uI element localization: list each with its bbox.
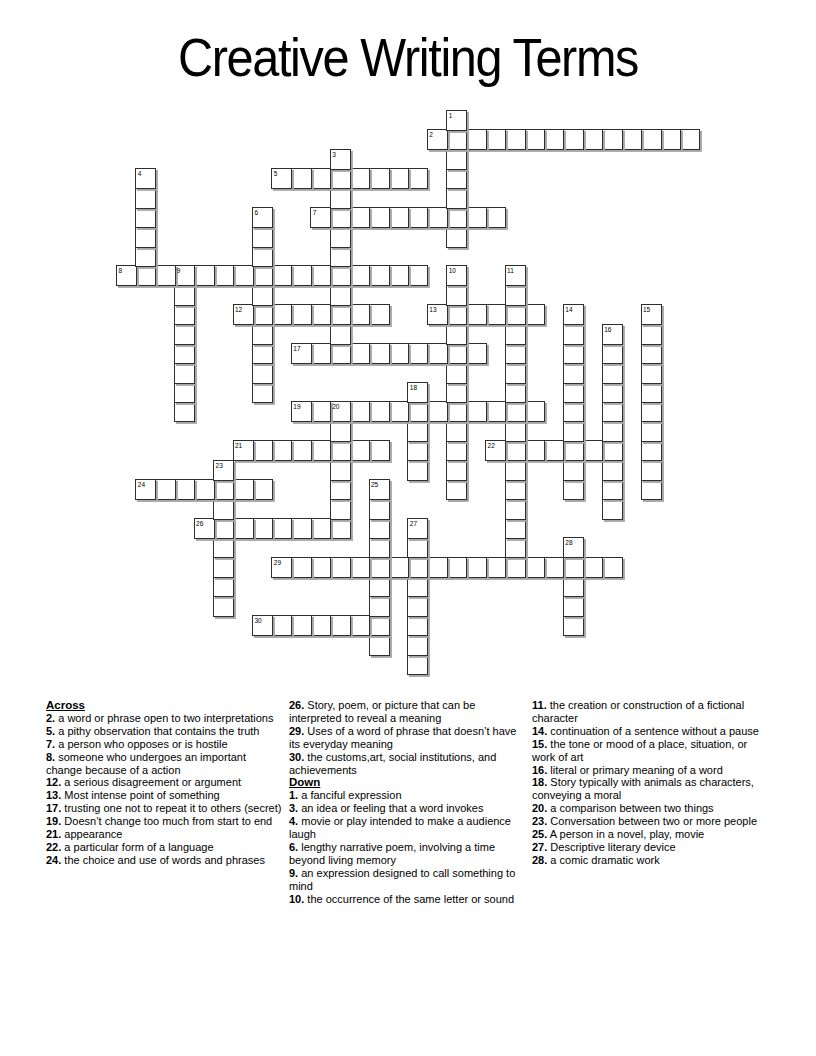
grid-cell[interactable] bbox=[194, 518, 215, 539]
grid-cell[interactable] bbox=[485, 557, 506, 578]
grid-cell[interactable] bbox=[446, 343, 467, 364]
grid-cell[interactable] bbox=[602, 499, 623, 520]
clue-item: 10. the occurrence of the same letter or… bbox=[289, 893, 525, 906]
clue-item: 21. appearance bbox=[46, 828, 282, 841]
grid-cell[interactable] bbox=[213, 460, 234, 481]
clue-item: 24. the choice and use of words and phra… bbox=[46, 854, 282, 867]
grid-cell[interactable] bbox=[330, 518, 351, 539]
grid-cell[interactable] bbox=[369, 265, 390, 286]
clue-item-number: 9. bbox=[289, 867, 298, 879]
grid-cell[interactable] bbox=[563, 557, 584, 578]
grid-cell[interactable] bbox=[427, 401, 448, 422]
grid-cell[interactable] bbox=[388, 207, 409, 228]
grid-cell[interactable] bbox=[466, 207, 487, 228]
clue-item-number: 12. bbox=[46, 776, 61, 788]
clue-item-number: 3. bbox=[289, 802, 298, 814]
grid-cell[interactable] bbox=[543, 440, 564, 461]
grid-cell[interactable] bbox=[446, 479, 467, 500]
clue-list-header: Down bbox=[289, 776, 525, 789]
grid-cell[interactable] bbox=[330, 285, 351, 306]
grid-cell[interactable] bbox=[446, 207, 467, 228]
grid-cell[interactable] bbox=[330, 479, 351, 500]
grid-cell[interactable] bbox=[252, 518, 273, 539]
clue-item: 23. Conversation between two or more peo… bbox=[532, 815, 768, 828]
grid-cell[interactable] bbox=[524, 440, 545, 461]
grid-cell[interactable] bbox=[369, 304, 390, 325]
grid-cell[interactable] bbox=[330, 304, 351, 325]
grid-cell[interactable] bbox=[563, 401, 584, 422]
grid-cell[interactable] bbox=[427, 343, 448, 364]
grid-cell[interactable] bbox=[446, 401, 467, 422]
grid-cell[interactable] bbox=[291, 343, 312, 364]
clue-item: 6. lengthy narrative poem, involving a t… bbox=[289, 841, 525, 867]
clue-item-number: 16. bbox=[532, 764, 547, 776]
clue-item-number: 14. bbox=[532, 725, 547, 737]
grid-cell[interactable] bbox=[135, 479, 156, 500]
grid-cell[interactable] bbox=[310, 518, 331, 539]
grid-cell[interactable] bbox=[505, 460, 526, 481]
grid-cell[interactable] bbox=[135, 207, 156, 228]
grid-cell[interactable] bbox=[388, 401, 409, 422]
grid-cell[interactable] bbox=[194, 479, 215, 500]
grid-cell[interactable] bbox=[407, 557, 428, 578]
grid-cell[interactable] bbox=[602, 440, 623, 461]
grid-cell[interactable] bbox=[446, 421, 467, 442]
clue-item-number: 10. bbox=[289, 893, 304, 905]
grid-cell[interactable] bbox=[602, 479, 623, 500]
grid-cell[interactable] bbox=[330, 149, 351, 170]
grid-cell[interactable] bbox=[446, 110, 467, 131]
grid-cell[interactable] bbox=[446, 149, 467, 170]
clue-item: 7. a person who opposes or is hostile bbox=[46, 738, 282, 751]
clue-item: 1. a fanciful expression bbox=[289, 789, 525, 802]
grid-cell[interactable] bbox=[252, 285, 273, 306]
grid-cell[interactable] bbox=[641, 401, 662, 422]
grid-cell[interactable] bbox=[213, 265, 234, 286]
grid-cell[interactable] bbox=[291, 615, 312, 636]
grid-cell[interactable] bbox=[213, 576, 234, 597]
clue-item-number: 25. bbox=[532, 828, 547, 840]
grid-cell[interactable] bbox=[641, 440, 662, 461]
grid-cell[interactable] bbox=[446, 324, 467, 345]
grid-cell[interactable] bbox=[135, 265, 156, 286]
grid-cell[interactable] bbox=[563, 576, 584, 597]
grid-cell[interactable] bbox=[563, 421, 584, 442]
grid-cell[interactable] bbox=[602, 421, 623, 442]
grid-cell[interactable] bbox=[174, 363, 195, 384]
grid-cell[interactable] bbox=[407, 596, 428, 617]
grid-cell[interactable] bbox=[505, 324, 526, 345]
grid-cell[interactable] bbox=[330, 499, 351, 520]
grid-cell[interactable] bbox=[505, 401, 526, 422]
grid-cell[interactable] bbox=[252, 265, 273, 286]
clue-item-number: 15. bbox=[532, 738, 547, 750]
grid-cell[interactable] bbox=[310, 207, 331, 228]
grid-cell[interactable] bbox=[407, 421, 428, 442]
grid-cell[interactable] bbox=[505, 421, 526, 442]
grid-cell[interactable] bbox=[135, 168, 156, 189]
grid-cell[interactable] bbox=[641, 382, 662, 403]
grid-cell[interactable] bbox=[602, 363, 623, 384]
grid-cell[interactable] bbox=[407, 440, 428, 461]
clue-item-number: 11. bbox=[532, 699, 547, 711]
clue-item-number: 28. bbox=[532, 854, 547, 866]
grid-cell[interactable] bbox=[427, 129, 448, 150]
clue-item-number: 4. bbox=[289, 815, 298, 827]
grid-cell[interactable] bbox=[330, 460, 351, 481]
clue-item-number: 27. bbox=[532, 841, 547, 853]
grid-cell[interactable] bbox=[252, 479, 273, 500]
clue-item-number: 17. bbox=[46, 802, 61, 814]
grid-cell[interactable] bbox=[271, 557, 292, 578]
clue-item: 17. trusting one not to repeat it to oth… bbox=[46, 802, 282, 815]
grid-cell[interactable] bbox=[388, 343, 409, 364]
grid-cell[interactable] bbox=[388, 265, 409, 286]
grid-cell[interactable] bbox=[291, 265, 312, 286]
grid-cell[interactable] bbox=[466, 343, 487, 364]
grid-cell[interactable] bbox=[485, 129, 506, 150]
grid-cell[interactable] bbox=[349, 168, 370, 189]
grid-cell[interactable] bbox=[505, 285, 526, 306]
grid-cell[interactable] bbox=[135, 227, 156, 248]
grid-cell[interactable] bbox=[291, 304, 312, 325]
grid-cell[interactable] bbox=[563, 460, 584, 481]
grid-cell[interactable] bbox=[369, 635, 390, 656]
grid-cell[interactable] bbox=[427, 207, 448, 228]
grid-cell[interactable] bbox=[407, 518, 428, 539]
grid-cell[interactable] bbox=[466, 557, 487, 578]
grid-cell[interactable] bbox=[505, 304, 526, 325]
grid-cell[interactable] bbox=[155, 479, 176, 500]
grid-cell[interactable] bbox=[369, 343, 390, 364]
grid-cell[interactable] bbox=[271, 615, 292, 636]
grid-cell[interactable] bbox=[349, 343, 370, 364]
grid-cell[interactable] bbox=[602, 382, 623, 403]
clue-item: 22. a particular form of a language bbox=[46, 841, 282, 854]
grid-cell[interactable] bbox=[369, 615, 390, 636]
grid-cell[interactable] bbox=[310, 401, 331, 422]
grid-cell[interactable] bbox=[388, 168, 409, 189]
grid-cell[interactable] bbox=[543, 129, 564, 150]
clue-item-number: 6. bbox=[289, 841, 298, 853]
grid-cell[interactable] bbox=[330, 168, 351, 189]
grid-cell[interactable] bbox=[543, 557, 564, 578]
grid-cell[interactable] bbox=[271, 518, 292, 539]
grid-cell[interactable] bbox=[233, 304, 254, 325]
grid-cell[interactable] bbox=[621, 129, 642, 150]
grid-cell[interactable] bbox=[252, 343, 273, 364]
grid-cell[interactable] bbox=[213, 499, 234, 520]
grid-cell[interactable] bbox=[563, 479, 584, 500]
grid-cell[interactable] bbox=[271, 304, 292, 325]
grid-cell[interactable] bbox=[427, 304, 448, 325]
grid-cell[interactable] bbox=[446, 557, 467, 578]
grid-cell[interactable] bbox=[407, 635, 428, 656]
grid-cell[interactable] bbox=[310, 304, 331, 325]
grid-cell[interactable] bbox=[369, 596, 390, 617]
grid-cell[interactable] bbox=[291, 557, 312, 578]
grid-cell[interactable] bbox=[602, 129, 623, 150]
grid-cell[interactable] bbox=[213, 518, 234, 539]
grid-cell[interactable] bbox=[233, 265, 254, 286]
grid-cell[interactable] bbox=[116, 265, 137, 286]
grid-cell[interactable] bbox=[252, 324, 273, 345]
grid-cell[interactable] bbox=[252, 440, 273, 461]
grid-cell[interactable] bbox=[466, 304, 487, 325]
grid-cell[interactable] bbox=[155, 265, 176, 286]
clue-item: 14. continuation of a sentence without a… bbox=[532, 725, 768, 738]
grid-cell[interactable] bbox=[310, 265, 331, 286]
grid-cell[interactable] bbox=[505, 265, 526, 286]
grid-cell[interactable] bbox=[233, 518, 254, 539]
page-title: Creative Writing Terms bbox=[41, 26, 775, 88]
clue-item: 25. A person in a novel, play, movie bbox=[532, 828, 768, 841]
grid-cell[interactable] bbox=[330, 343, 351, 364]
grid-cell[interactable] bbox=[679, 129, 700, 150]
grid-cell[interactable] bbox=[252, 246, 273, 267]
clue-list-header: Across bbox=[46, 699, 282, 712]
grid-cell[interactable] bbox=[252, 304, 273, 325]
grid-cell[interactable] bbox=[252, 363, 273, 384]
grid-cell[interactable] bbox=[407, 207, 428, 228]
grid-cell[interactable] bbox=[602, 324, 623, 345]
clue-item: 29. Uses of a word of phrase that doesn’… bbox=[289, 725, 525, 751]
grid-cell[interactable] bbox=[213, 537, 234, 558]
grid-cell[interactable] bbox=[407, 343, 428, 364]
grid-cell[interactable] bbox=[330, 401, 351, 422]
grid-cell[interactable] bbox=[349, 401, 370, 422]
grid-cell[interactable] bbox=[174, 265, 195, 286]
grid-cell[interactable] bbox=[291, 518, 312, 539]
clue-item: 4. movie or play intended to make a audi… bbox=[289, 815, 525, 841]
grid-cell[interactable] bbox=[505, 537, 526, 558]
grid-cell[interactable] bbox=[446, 168, 467, 189]
grid-cell[interactable] bbox=[369, 207, 390, 228]
clue-item: 3. an idea or feeling that a word invoke… bbox=[289, 802, 525, 815]
grid-cell[interactable] bbox=[446, 188, 467, 209]
grid-cell[interactable] bbox=[252, 227, 273, 248]
grid-cell[interactable] bbox=[446, 285, 467, 306]
grid-cell[interactable] bbox=[485, 401, 506, 422]
grid-cell[interactable] bbox=[330, 557, 351, 578]
grid-cell[interactable] bbox=[407, 265, 428, 286]
grid-cell[interactable] bbox=[310, 440, 331, 461]
grid-cell[interactable] bbox=[563, 343, 584, 364]
grid-cell[interactable] bbox=[310, 615, 331, 636]
grid-cell[interactable] bbox=[524, 401, 545, 422]
clue-item-number: 24. bbox=[46, 854, 61, 866]
grid-cell[interactable] bbox=[194, 265, 215, 286]
grid-cell[interactable] bbox=[174, 343, 195, 364]
grid-cell[interactable] bbox=[641, 304, 662, 325]
grid-cell[interactable] bbox=[369, 499, 390, 520]
grid-cell[interactable] bbox=[369, 576, 390, 597]
grid-cell[interactable] bbox=[446, 382, 467, 403]
grid-cell[interactable] bbox=[563, 382, 584, 403]
clue-item-number: 2. bbox=[46, 712, 55, 724]
grid-cell[interactable] bbox=[466, 401, 487, 422]
grid-cell[interactable] bbox=[174, 382, 195, 403]
grid-cell[interactable] bbox=[135, 246, 156, 267]
grid-cell[interactable] bbox=[563, 440, 584, 461]
grid-cell[interactable] bbox=[505, 382, 526, 403]
grid-cell[interactable] bbox=[407, 537, 428, 558]
grid-cell[interactable] bbox=[563, 596, 584, 617]
clue-item: 13. Most intense point of something bbox=[46, 789, 282, 802]
grid-cell[interactable] bbox=[446, 460, 467, 481]
grid-cell[interactable] bbox=[252, 615, 273, 636]
grid-cell[interactable] bbox=[446, 265, 467, 286]
grid-cell[interactable] bbox=[446, 129, 467, 150]
grid-cell[interactable] bbox=[291, 168, 312, 189]
grid-cell[interactable] bbox=[641, 460, 662, 481]
grid-cell[interactable] bbox=[330, 207, 351, 228]
grid-cell[interactable] bbox=[524, 557, 545, 578]
grid-cell[interactable] bbox=[388, 557, 409, 578]
grid-cell[interactable] bbox=[602, 343, 623, 364]
grid-cell[interactable] bbox=[446, 363, 467, 384]
grid-cell[interactable] bbox=[641, 129, 662, 150]
grid-cell[interactable] bbox=[369, 401, 390, 422]
grid-cell[interactable] bbox=[310, 343, 331, 364]
grid-cell[interactable] bbox=[602, 557, 623, 578]
clue-item-number: 30. bbox=[289, 751, 304, 763]
grid-cell[interactable] bbox=[252, 207, 273, 228]
grid-cell[interactable] bbox=[407, 576, 428, 597]
grid-cell[interactable] bbox=[349, 557, 370, 578]
grid-cell[interactable] bbox=[369, 518, 390, 539]
grid-cell[interactable] bbox=[174, 401, 195, 422]
clue-item: 19. Doesn’t change too much from start t… bbox=[46, 815, 282, 828]
grid-cell[interactable] bbox=[407, 168, 428, 189]
clue-item: 8. someone who undergoes an important ch… bbox=[46, 751, 282, 777]
grid-cell[interactable] bbox=[407, 460, 428, 481]
grid-cell[interactable] bbox=[505, 499, 526, 520]
clue-item: 5. a pithy observation that contains the… bbox=[46, 725, 282, 738]
grid-cell[interactable] bbox=[330, 421, 351, 442]
clue-column-2: 26. Story, poem, or picture that can be … bbox=[289, 699, 525, 906]
grid-cell[interactable] bbox=[524, 304, 545, 325]
grid-cell[interactable] bbox=[485, 440, 506, 461]
grid-cell[interactable] bbox=[427, 557, 448, 578]
grid-cell[interactable] bbox=[582, 557, 603, 578]
grid-cell[interactable] bbox=[563, 537, 584, 558]
grid-cell[interactable] bbox=[349, 440, 370, 461]
crossword-page: { "game": "crossword", "title": "Creativ… bbox=[0, 0, 816, 1056]
grid-cell[interactable] bbox=[330, 615, 351, 636]
grid-cell[interactable] bbox=[563, 129, 584, 150]
grid-cell[interactable] bbox=[505, 343, 526, 364]
grid-cell[interactable] bbox=[505, 557, 526, 578]
grid-cell[interactable] bbox=[310, 557, 331, 578]
grid-cell[interactable] bbox=[369, 537, 390, 558]
grid-cell[interactable] bbox=[330, 440, 351, 461]
grid-cell[interactable] bbox=[349, 304, 370, 325]
grid-cell[interactable] bbox=[407, 654, 428, 675]
grid-cell[interactable] bbox=[641, 343, 662, 364]
grid-cell[interactable] bbox=[505, 518, 526, 539]
grid-cell[interactable] bbox=[271, 265, 292, 286]
grid-cell[interactable] bbox=[349, 265, 370, 286]
grid-cell[interactable] bbox=[330, 265, 351, 286]
grid-cell[interactable] bbox=[135, 188, 156, 209]
grid-cell[interactable] bbox=[310, 168, 331, 189]
grid-cell[interactable] bbox=[505, 440, 526, 461]
grid-cell[interactable] bbox=[660, 129, 681, 150]
grid-cell[interactable] bbox=[330, 246, 351, 267]
grid-cell[interactable] bbox=[174, 324, 195, 345]
grid-cell[interactable] bbox=[369, 440, 390, 461]
grid-cell[interactable] bbox=[369, 168, 390, 189]
grid-cell[interactable] bbox=[330, 188, 351, 209]
clue-column-3: 11. the creation or construction of a fi… bbox=[532, 699, 768, 867]
clue-item-number: 20. bbox=[532, 802, 547, 814]
grid-cell[interactable] bbox=[641, 421, 662, 442]
grid-cell[interactable] bbox=[369, 557, 390, 578]
grid-cell[interactable] bbox=[213, 596, 234, 617]
grid-cell[interactable] bbox=[330, 227, 351, 248]
grid-cell[interactable] bbox=[407, 382, 428, 403]
grid-cell[interactable] bbox=[291, 440, 312, 461]
grid-cell[interactable] bbox=[349, 615, 370, 636]
grid-cell[interactable] bbox=[641, 363, 662, 384]
grid-cell[interactable] bbox=[485, 304, 506, 325]
grid-cell[interactable] bbox=[271, 440, 292, 461]
grid-cell[interactable] bbox=[466, 129, 487, 150]
grid-cell[interactable] bbox=[213, 557, 234, 578]
grid-cell[interactable] bbox=[602, 460, 623, 481]
grid-cell[interactable] bbox=[291, 401, 312, 422]
clue-item: 11. the creation or construction of a fi… bbox=[532, 699, 768, 725]
grid-cell[interactable] bbox=[174, 285, 195, 306]
grid-cell[interactable] bbox=[641, 479, 662, 500]
grid-cell[interactable] bbox=[213, 479, 234, 500]
clue-item: 18. Story typically with animals as char… bbox=[532, 776, 768, 802]
grid-cell[interactable] bbox=[271, 168, 292, 189]
clue-item: 12. a serious disagreement or argument bbox=[46, 776, 282, 789]
grid-cell[interactable] bbox=[174, 304, 195, 325]
grid-cell[interactable] bbox=[252, 382, 273, 403]
grid-cell[interactable] bbox=[524, 129, 545, 150]
grid-cell[interactable] bbox=[446, 440, 467, 461]
grid-cell[interactable] bbox=[485, 207, 506, 228]
grid-cell[interactable] bbox=[330, 324, 351, 345]
grid-cell[interactable] bbox=[505, 363, 526, 384]
grid-cell[interactable] bbox=[446, 227, 467, 248]
grid-cell[interactable] bbox=[407, 401, 428, 422]
clue-item-number: 23. bbox=[532, 815, 547, 827]
grid-cell[interactable] bbox=[446, 304, 467, 325]
grid-cell[interactable] bbox=[369, 479, 390, 500]
grid-cell[interactable] bbox=[505, 479, 526, 500]
grid-cell[interactable] bbox=[563, 363, 584, 384]
grid-cell[interactable] bbox=[602, 401, 623, 422]
grid-cell[interactable] bbox=[505, 129, 526, 150]
crossword-grid: 1234567891011121314151617181920212223242… bbox=[116, 110, 701, 676]
grid-cell[interactable] bbox=[641, 324, 662, 345]
grid-cell[interactable] bbox=[174, 479, 195, 500]
grid-cell[interactable] bbox=[233, 440, 254, 461]
grid-cell[interactable] bbox=[582, 129, 603, 150]
clue-item: 27. Descriptive literary device bbox=[532, 841, 768, 854]
grid-cell[interactable] bbox=[582, 440, 603, 461]
grid-cell[interactable] bbox=[407, 615, 428, 636]
grid-cell[interactable] bbox=[233, 479, 254, 500]
grid-cell[interactable] bbox=[563, 304, 584, 325]
grid-cell[interactable] bbox=[563, 615, 584, 636]
grid-cell[interactable] bbox=[563, 324, 584, 345]
grid-cell[interactable] bbox=[349, 207, 370, 228]
